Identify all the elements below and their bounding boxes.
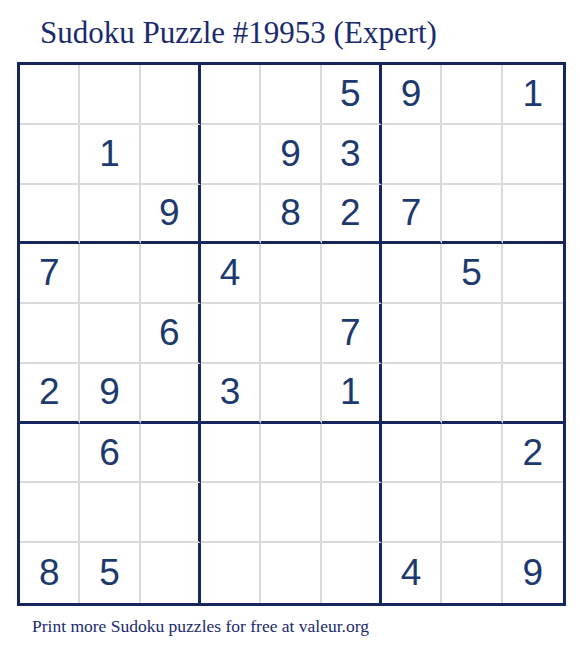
sudoku-cell-r4c4[interactable]: 4 <box>201 244 261 304</box>
sudoku-cell-r8c1[interactable] <box>20 483 80 543</box>
sudoku-cell-r9c4[interactable] <box>201 543 261 603</box>
sudoku-cell-r7c3[interactable] <box>141 424 201 484</box>
sudoku-page: Sudoku Puzzle #19953 (Expert) 5911939827… <box>0 0 580 651</box>
sudoku-cell-r2c6[interactable]: 3 <box>322 125 382 185</box>
sudoku-cell-r6c6[interactable]: 1 <box>322 364 382 424</box>
sudoku-cell-r7c6[interactable] <box>322 424 382 484</box>
sudoku-cell-r1c6[interactable]: 5 <box>322 65 382 125</box>
sudoku-cell-r5c8[interactable] <box>442 304 502 364</box>
sudoku-cell-r1c8[interactable] <box>442 65 502 125</box>
sudoku-cell-r5c1[interactable] <box>20 304 80 364</box>
sudoku-cell-r5c6[interactable]: 7 <box>322 304 382 364</box>
sudoku-cell-r9c2[interactable]: 5 <box>80 543 140 603</box>
sudoku-cell-r7c7[interactable] <box>382 424 442 484</box>
sudoku-cell-r9c9[interactable]: 9 <box>503 543 563 603</box>
sudoku-grid: 5911939827745672931628549 <box>17 62 566 606</box>
sudoku-cell-r9c1[interactable]: 8 <box>20 543 80 603</box>
sudoku-cell-r4c7[interactable] <box>382 244 442 304</box>
sudoku-cell-r2c8[interactable] <box>442 125 502 185</box>
sudoku-cell-r4c2[interactable] <box>80 244 140 304</box>
sudoku-cell-r3c9[interactable] <box>503 185 563 245</box>
sudoku-cell-r9c8[interactable] <box>442 543 502 603</box>
sudoku-cell-r2c3[interactable] <box>141 125 201 185</box>
sudoku-cell-r2c4[interactable] <box>201 125 261 185</box>
sudoku-cell-r8c4[interactable] <box>201 483 261 543</box>
sudoku-cell-r7c1[interactable] <box>20 424 80 484</box>
sudoku-cell-r6c2[interactable]: 9 <box>80 364 140 424</box>
sudoku-cell-r2c5[interactable]: 9 <box>261 125 321 185</box>
sudoku-cell-r4c3[interactable] <box>141 244 201 304</box>
sudoku-cell-r7c5[interactable] <box>261 424 321 484</box>
sudoku-cell-r2c9[interactable] <box>503 125 563 185</box>
sudoku-cell-r3c2[interactable] <box>80 185 140 245</box>
sudoku-cell-r5c3[interactable]: 6 <box>141 304 201 364</box>
sudoku-cell-r5c5[interactable] <box>261 304 321 364</box>
footer-text: Print more Sudoku puzzles for free at va… <box>32 616 369 637</box>
sudoku-cell-r8c2[interactable] <box>80 483 140 543</box>
sudoku-cell-r1c3[interactable] <box>141 65 201 125</box>
sudoku-cell-r4c8[interactable]: 5 <box>442 244 502 304</box>
sudoku-cell-r3c5[interactable]: 8 <box>261 185 321 245</box>
sudoku-cell-r6c9[interactable] <box>503 364 563 424</box>
sudoku-cell-r3c6[interactable]: 2 <box>322 185 382 245</box>
sudoku-cell-r1c4[interactable] <box>201 65 261 125</box>
sudoku-cell-r7c8[interactable] <box>442 424 502 484</box>
sudoku-cell-r4c1[interactable]: 7 <box>20 244 80 304</box>
sudoku-cell-r3c4[interactable] <box>201 185 261 245</box>
sudoku-cell-r8c5[interactable] <box>261 483 321 543</box>
sudoku-cell-r3c1[interactable] <box>20 185 80 245</box>
sudoku-cell-r2c2[interactable]: 1 <box>80 125 140 185</box>
sudoku-cell-r9c7[interactable]: 4 <box>382 543 442 603</box>
sudoku-cell-r4c5[interactable] <box>261 244 321 304</box>
sudoku-cell-r8c8[interactable] <box>442 483 502 543</box>
sudoku-cell-r2c7[interactable] <box>382 125 442 185</box>
sudoku-cell-r6c5[interactable] <box>261 364 321 424</box>
sudoku-cell-r2c1[interactable] <box>20 125 80 185</box>
sudoku-cell-r1c1[interactable] <box>20 65 80 125</box>
sudoku-cell-r7c4[interactable] <box>201 424 261 484</box>
sudoku-cell-r3c8[interactable] <box>442 185 502 245</box>
sudoku-cell-r9c5[interactable] <box>261 543 321 603</box>
sudoku-cell-r1c5[interactable] <box>261 65 321 125</box>
sudoku-cell-r8c6[interactable] <box>322 483 382 543</box>
sudoku-cell-r9c6[interactable] <box>322 543 382 603</box>
sudoku-cell-r1c2[interactable] <box>80 65 140 125</box>
sudoku-cell-r4c6[interactable] <box>322 244 382 304</box>
sudoku-cell-r4c9[interactable] <box>503 244 563 304</box>
sudoku-cell-r6c4[interactable]: 3 <box>201 364 261 424</box>
sudoku-cell-r6c8[interactable] <box>442 364 502 424</box>
sudoku-cell-r3c7[interactable]: 7 <box>382 185 442 245</box>
sudoku-cell-r6c1[interactable]: 2 <box>20 364 80 424</box>
sudoku-cell-r1c7[interactable]: 9 <box>382 65 442 125</box>
sudoku-cell-r6c7[interactable] <box>382 364 442 424</box>
sudoku-cell-r5c9[interactable] <box>503 304 563 364</box>
sudoku-cell-r3c3[interactable]: 9 <box>141 185 201 245</box>
page-title: Sudoku Puzzle #19953 (Expert) <box>40 16 437 50</box>
sudoku-cell-r5c2[interactable] <box>80 304 140 364</box>
sudoku-cell-r8c9[interactable] <box>503 483 563 543</box>
sudoku-cell-r7c2[interactable]: 6 <box>80 424 140 484</box>
sudoku-cell-r8c7[interactable] <box>382 483 442 543</box>
sudoku-cell-r1c9[interactable]: 1 <box>503 65 563 125</box>
sudoku-cell-r6c3[interactable] <box>141 364 201 424</box>
sudoku-cell-r5c4[interactable] <box>201 304 261 364</box>
sudoku-cell-r8c3[interactable] <box>141 483 201 543</box>
sudoku-cell-r9c3[interactable] <box>141 543 201 603</box>
sudoku-cell-r7c9[interactable]: 2 <box>503 424 563 484</box>
sudoku-cell-r5c7[interactable] <box>382 304 442 364</box>
